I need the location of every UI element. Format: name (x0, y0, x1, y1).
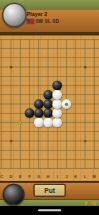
grid-hline (0, 159, 99, 160)
phone-letterbox (0, 206, 99, 215)
coordinate-label: F (26, 175, 33, 180)
star-point (84, 66, 86, 68)
us-flag-icon (27, 19, 34, 24)
player-avatar (3, 184, 25, 206)
timer-icon (85, 202, 88, 205)
star-point (10, 140, 12, 142)
coordinate-label: I (54, 175, 61, 180)
grid-hline (0, 150, 99, 151)
grid-hline (0, 39, 99, 40)
coordinate-label: M (91, 175, 98, 180)
black-stone (25, 108, 35, 118)
grid-hline (0, 48, 99, 49)
opponent-avatar (2, 3, 27, 28)
grid-hline (0, 131, 99, 132)
grid-hline (0, 85, 99, 86)
white-stone (43, 118, 53, 128)
black-stone (43, 108, 53, 118)
gomoku-board[interactable]: CDEFGHIJKLM✕ (0, 35, 99, 181)
white-stone (52, 108, 62, 118)
coordinate-label: H (44, 175, 51, 180)
gomoku-app-screen: Player 2 0W 0L 0D CDEFGHIJKLM✕ Put 40 (0, 0, 99, 215)
white-stone (52, 118, 62, 128)
black-stone (43, 90, 53, 100)
white-stone (52, 99, 62, 109)
black-stone (52, 81, 62, 91)
put-button[interactable]: Put (33, 184, 66, 197)
grid-hline (0, 168, 99, 169)
black-stone (34, 99, 44, 109)
coordinate-label: L (81, 175, 88, 180)
coordinate-label: E (17, 175, 24, 180)
coordinate-label: J (63, 175, 70, 180)
opponent-record: 0W 0L 0D (36, 19, 60, 24)
black-stone (43, 99, 53, 109)
home-indicator[interactable] (38, 209, 61, 211)
white-stone (34, 118, 44, 128)
opponent-name: Player 2 (27, 11, 47, 17)
star-point (84, 140, 86, 142)
black-stone (34, 108, 44, 118)
coordinate-label: G (35, 175, 42, 180)
white-stone (52, 90, 62, 100)
placement-cursor[interactable]: ✕ (17, 119, 22, 125)
coordinate-label: K (72, 175, 79, 180)
grid-hline (0, 57, 99, 58)
flag-canton (27, 19, 30, 22)
grid-hline (0, 76, 99, 77)
last-move-marker (65, 102, 68, 105)
star-point (10, 66, 12, 68)
coordinate-label: D (7, 175, 14, 180)
coordinate-label: C (0, 175, 5, 180)
